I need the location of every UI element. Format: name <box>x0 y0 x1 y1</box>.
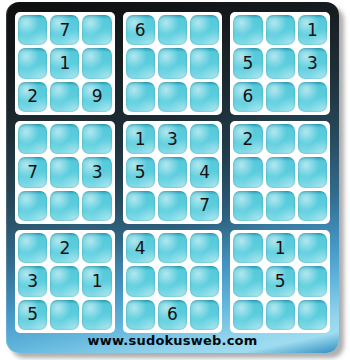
cell-r6c6[interactable]: 7 <box>190 191 219 221</box>
cell-r9c6[interactable] <box>190 300 219 330</box>
cell-r9c3[interactable] <box>82 300 111 330</box>
cell-r2c8[interactable] <box>266 48 295 78</box>
cell-r1c4[interactable]: 6 <box>126 15 155 45</box>
cell-r6c9[interactable] <box>298 191 327 221</box>
cell-r7c7[interactable] <box>233 233 262 263</box>
cell-r8c1[interactable]: 3 <box>18 266 47 296</box>
cell-r8c3[interactable]: 1 <box>82 266 111 296</box>
box-8: 46 <box>123 230 223 333</box>
cell-r6c5[interactable] <box>158 191 187 221</box>
cell-r5c5[interactable] <box>158 157 187 187</box>
cell-r3c4[interactable] <box>126 82 155 112</box>
cell-r1c5[interactable] <box>158 15 187 45</box>
cell-r6c4[interactable] <box>126 191 155 221</box>
box-4: 73 <box>15 121 115 224</box>
cell-r3c9[interactable] <box>298 82 327 112</box>
cell-r2c1[interactable] <box>18 48 47 78</box>
cell-r6c3[interactable] <box>82 191 111 221</box>
cell-r7c4[interactable]: 4 <box>126 233 155 263</box>
cell-r3c8[interactable] <box>266 82 295 112</box>
cell-r9c8[interactable] <box>266 300 295 330</box>
cell-r7c9[interactable] <box>298 233 327 263</box>
box-1: 7129 <box>15 12 115 115</box>
cell-r2c2[interactable]: 1 <box>50 48 79 78</box>
cell-r7c8[interactable]: 1 <box>266 233 295 263</box>
footer-bar: www.sudokusweb.com <box>6 330 339 350</box>
cell-r4c3[interactable] <box>82 124 111 154</box>
cell-r1c6[interactable] <box>190 15 219 45</box>
site-url: www.sudokusweb.com <box>88 333 258 348</box>
cell-r8c9[interactable] <box>298 266 327 296</box>
cell-r5c6[interactable]: 4 <box>190 157 219 187</box>
cell-r3c2[interactable] <box>50 82 79 112</box>
cell-r4c7[interactable]: 2 <box>233 124 262 154</box>
cell-r3c6[interactable] <box>190 82 219 112</box>
cell-r8c4[interactable] <box>126 266 155 296</box>
cell-r2c7[interactable]: 5 <box>233 48 262 78</box>
box-9: 15 <box>230 230 330 333</box>
cell-r7c1[interactable] <box>18 233 47 263</box>
cell-r2c5[interactable] <box>158 48 187 78</box>
cell-r2c6[interactable] <box>190 48 219 78</box>
cell-r6c1[interactable] <box>18 191 47 221</box>
cell-r5c7[interactable] <box>233 157 262 187</box>
cell-r3c3[interactable]: 9 <box>82 82 111 112</box>
cell-r4c1[interactable] <box>18 124 47 154</box>
cell-r2c3[interactable] <box>82 48 111 78</box>
box-2: 6 <box>123 12 223 115</box>
cell-r7c5[interactable] <box>158 233 187 263</box>
sudoku-grid: 7129615367313547223154615 <box>15 12 330 333</box>
cell-r7c6[interactable] <box>190 233 219 263</box>
cell-r7c3[interactable] <box>82 233 111 263</box>
cell-r6c2[interactable] <box>50 191 79 221</box>
cell-r8c5[interactable] <box>158 266 187 296</box>
cell-r3c5[interactable] <box>158 82 187 112</box>
cell-r2c4[interactable] <box>126 48 155 78</box>
cell-r4c6[interactable] <box>190 124 219 154</box>
cell-r5c8[interactable] <box>266 157 295 187</box>
cell-r5c3[interactable]: 3 <box>82 157 111 187</box>
cell-r9c9[interactable] <box>298 300 327 330</box>
cell-r1c1[interactable] <box>18 15 47 45</box>
cell-r1c9[interactable]: 1 <box>298 15 327 45</box>
cell-r3c1[interactable]: 2 <box>18 82 47 112</box>
cell-r8c2[interactable] <box>50 266 79 296</box>
box-5: 13547 <box>123 121 223 224</box>
cell-r4c8[interactable] <box>266 124 295 154</box>
cell-r4c2[interactable] <box>50 124 79 154</box>
box-3: 1536 <box>230 12 330 115</box>
box-6: 2 <box>230 121 330 224</box>
cell-r4c5[interactable]: 3 <box>158 124 187 154</box>
cell-r6c8[interactable] <box>266 191 295 221</box>
cell-r1c3[interactable] <box>82 15 111 45</box>
cell-r9c5[interactable]: 6 <box>158 300 187 330</box>
cell-r5c9[interactable] <box>298 157 327 187</box>
cell-r1c7[interactable] <box>233 15 262 45</box>
cell-r9c1[interactable]: 5 <box>18 300 47 330</box>
box-7: 2315 <box>15 230 115 333</box>
cell-r5c1[interactable]: 7 <box>18 157 47 187</box>
cell-r1c2[interactable]: 7 <box>50 15 79 45</box>
cell-r5c4[interactable]: 5 <box>126 157 155 187</box>
cell-r4c4[interactable]: 1 <box>126 124 155 154</box>
sudoku-board-plaque: 7129615367313547223154615 www.sudokusweb… <box>6 2 339 353</box>
cell-r8c8[interactable]: 5 <box>266 266 295 296</box>
cell-r7c2[interactable]: 2 <box>50 233 79 263</box>
cell-r3c7[interactable]: 6 <box>233 82 262 112</box>
cell-r8c7[interactable] <box>233 266 262 296</box>
cell-r5c2[interactable] <box>50 157 79 187</box>
cell-r4c9[interactable] <box>298 124 327 154</box>
cell-r9c7[interactable] <box>233 300 262 330</box>
cell-r6c7[interactable] <box>233 191 262 221</box>
cell-r2c9[interactable]: 3 <box>298 48 327 78</box>
cell-r9c2[interactable] <box>50 300 79 330</box>
cell-r9c4[interactable] <box>126 300 155 330</box>
cell-r8c6[interactable] <box>190 266 219 296</box>
cell-r1c8[interactable] <box>266 15 295 45</box>
